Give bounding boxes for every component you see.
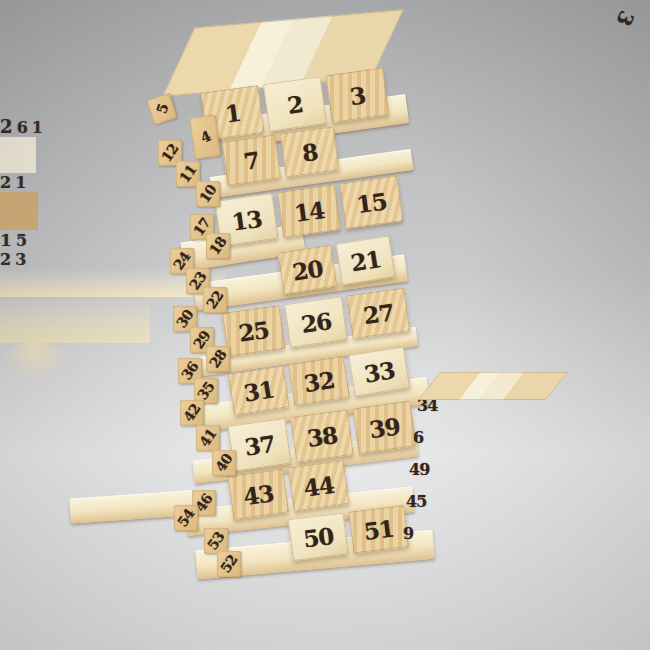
block-number: 2	[286, 90, 305, 119]
block-end: 51	[348, 505, 409, 554]
block-number: 8	[300, 137, 319, 166]
block-end: 32	[288, 356, 350, 406]
block-number: 32	[302, 365, 336, 396]
block-number: 10	[196, 182, 219, 205]
block-number: 43	[242, 479, 275, 510]
block-side: 40	[212, 450, 236, 476]
die-face-number: 5	[16, 231, 26, 250]
die-face-number: 6	[17, 118, 27, 137]
die-face-number: 1	[0, 230, 11, 250]
block-end: 50	[288, 512, 349, 561]
block-end: 43	[228, 469, 290, 520]
block-number: 14	[292, 196, 325, 227]
block-number: 54	[174, 506, 197, 529]
block-number: 26	[299, 307, 332, 338]
die-reflection-number: 3	[612, 7, 639, 29]
block-number: 31	[242, 375, 276, 406]
block-end: 26	[284, 296, 348, 348]
block-number: 7	[242, 146, 261, 175]
block-number: 33	[362, 356, 396, 387]
die-face	[0, 137, 36, 173]
die-face-number: 2	[0, 116, 12, 137]
block-number: 40	[212, 451, 235, 474]
block-end: 27	[347, 287, 411, 339]
side-stack-top-surface	[418, 372, 568, 400]
side-stack: 34 6 49 45 9	[403, 368, 588, 568]
block-number: 38	[305, 421, 338, 452]
side-stack-shadow	[0, 42, 190, 86]
block-end: 20	[277, 245, 337, 295]
die-face-number: 2	[0, 173, 10, 192]
block-end: 3	[325, 67, 389, 123]
block-side: 22	[203, 287, 227, 313]
block-side: 28	[206, 346, 230, 372]
block-number: 18	[206, 234, 229, 257]
block-number: 25	[237, 315, 270, 346]
block-end: 7	[221, 135, 281, 186]
block-number: 41	[196, 426, 219, 449]
block-end: 38	[290, 409, 354, 463]
side-stack-reflection	[0, 297, 150, 343]
dice-shadow	[0, 86, 115, 116]
block-side: 52	[217, 551, 241, 577]
block-side: 54	[174, 505, 198, 531]
block-number: 21	[349, 245, 383, 276]
block-number: 50	[302, 521, 335, 551]
block-number: 1	[223, 98, 242, 127]
block-end: 2	[263, 76, 327, 132]
block-number: 52	[217, 552, 240, 575]
block-side: 18	[206, 233, 230, 259]
block-number: 39	[368, 412, 401, 443]
block-number: 3	[348, 81, 367, 110]
block-end: 21	[336, 235, 396, 285]
block-number: 5	[153, 102, 171, 115]
block-end: 8	[280, 126, 340, 177]
die-face-number: 1	[15, 173, 25, 192]
die-face-number: 3	[15, 250, 25, 269]
block-end: 15	[339, 175, 403, 229]
block-side: 10	[196, 181, 220, 207]
block-number: 37	[243, 429, 276, 460]
block-number: 44	[302, 470, 335, 501]
block-end: 37	[228, 418, 292, 472]
block-number: 15	[355, 187, 388, 218]
die-face	[0, 192, 38, 230]
block-number: 22	[203, 288, 226, 311]
block-side: 42	[180, 400, 204, 426]
dice-reflection: 3	[0, 343, 70, 383]
block-number: 42	[180, 401, 203, 424]
block-number: 53	[204, 529, 227, 552]
die-face-number: 1	[32, 118, 42, 137]
block-end: 14	[277, 184, 341, 238]
block-number: 27	[362, 298, 395, 329]
photo-scene: 1 2 3 5 4 7 8 12 11 10 13 14 15 17 18 20…	[0, 0, 650, 650]
block-number: 51	[362, 514, 395, 544]
block-side: 5	[147, 93, 178, 125]
block-number: 13	[230, 204, 263, 235]
block-number: 28	[206, 347, 229, 370]
block-end: 44	[288, 460, 350, 511]
block-end: 31	[228, 365, 290, 415]
block-number: 20	[290, 254, 324, 285]
block-end: 25	[222, 305, 286, 357]
block-number: 4	[198, 128, 212, 146]
block-end: 33	[348, 346, 410, 396]
stack-slab: 9	[403, 524, 588, 555]
block-side: 41	[196, 425, 220, 451]
die-face-number: 2	[0, 250, 10, 269]
